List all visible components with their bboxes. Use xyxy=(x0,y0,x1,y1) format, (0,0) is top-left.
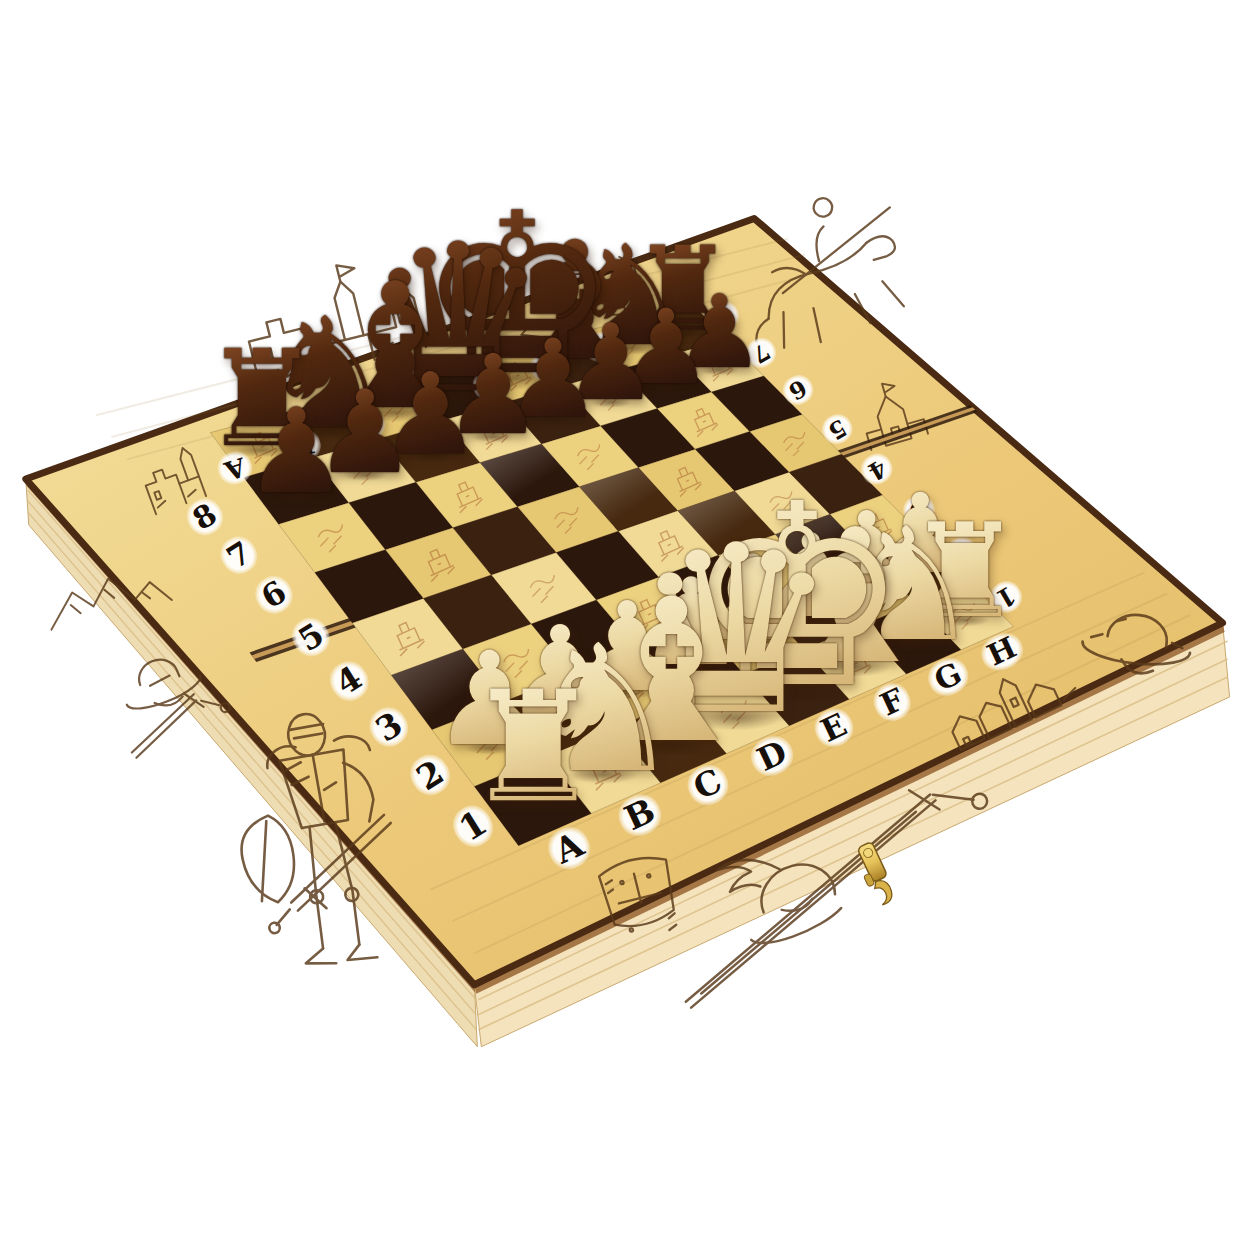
chess-set-photo: ABCDEFGH12345678ABCDEFGH12345678 ♜♞♝♟♚♟♛… xyxy=(0,0,1250,1250)
chess-board xyxy=(0,0,1250,1250)
